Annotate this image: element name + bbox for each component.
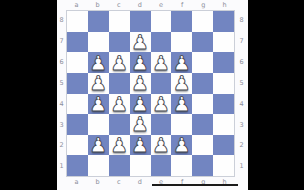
white-pawn[interactable]: ♟ — [89, 73, 107, 93]
file-label-c: c — [108, 177, 129, 187]
white-pawn[interactable]: ♟ — [131, 53, 149, 73]
square-h1[interactable] — [213, 155, 234, 176]
square-f8[interactable] — [171, 11, 192, 32]
white-pawn[interactable]: ♟ — [131, 114, 149, 134]
rank-label-8: 8 — [235, 10, 248, 31]
square-b7[interactable] — [88, 32, 109, 53]
video-progress-bar[interactable] — [152, 184, 238, 186]
rank-labels-left: 87654321 — [57, 10, 66, 177]
square-b1[interactable] — [88, 155, 109, 176]
file-label-b: b — [87, 0, 108, 10]
square-e1[interactable] — [151, 155, 172, 176]
file-label-d: d — [129, 177, 150, 187]
white-pawn[interactable]: ♟ — [131, 94, 149, 114]
square-f1[interactable] — [171, 155, 192, 176]
square-e3[interactable] — [151, 114, 172, 135]
rank-label-4: 4 — [235, 94, 248, 115]
file-label-e: e — [151, 0, 172, 10]
square-g5[interactable] — [192, 73, 213, 94]
square-d7[interactable]: ♟ — [130, 32, 151, 53]
rank-label-2: 2 — [235, 135, 248, 156]
square-c4[interactable]: ♟ — [109, 94, 130, 115]
chess-board[interactable]: ♟♟♟♟♟♟♟♟♟♟♟♟♟♟♟♟♟♟♟♟ — [66, 10, 235, 177]
rank-label-5: 5 — [235, 73, 248, 94]
white-pawn[interactable]: ♟ — [89, 53, 107, 73]
square-h6[interactable] — [213, 52, 234, 73]
white-pawn[interactable]: ♟ — [89, 135, 107, 155]
white-pawn[interactable]: ♟ — [131, 135, 149, 155]
white-pawn[interactable]: ♟ — [110, 53, 128, 73]
rank-label-6: 6 — [235, 52, 248, 73]
square-f3[interactable] — [171, 114, 192, 135]
square-g8[interactable] — [192, 11, 213, 32]
square-a8[interactable] — [67, 11, 88, 32]
square-g6[interactable] — [192, 52, 213, 73]
rank-label-8: 8 — [57, 10, 66, 31]
file-labels-top: abcdefgh — [66, 0, 235, 10]
square-e8[interactable] — [151, 11, 172, 32]
white-pawn[interactable]: ♟ — [152, 94, 170, 114]
square-d8[interactable] — [130, 11, 151, 32]
square-g7[interactable] — [192, 32, 213, 53]
square-f6[interactable]: ♟ — [171, 52, 192, 73]
square-e7[interactable] — [151, 32, 172, 53]
white-pawn[interactable]: ♟ — [173, 53, 191, 73]
square-h3[interactable] — [213, 114, 234, 135]
chess-diagram-panel: abcdefgh 87654321 ♟♟♟♟♟♟♟♟♟♟♟♟♟♟♟♟♟♟♟♟ 8… — [57, 0, 248, 190]
square-g2[interactable] — [192, 135, 213, 156]
square-b8[interactable] — [88, 11, 109, 32]
square-h2[interactable] — [213, 135, 234, 156]
square-h4[interactable] — [213, 94, 234, 115]
white-pawn[interactable]: ♟ — [131, 32, 149, 52]
square-b4[interactable]: ♟ — [88, 94, 109, 115]
square-f4[interactable]: ♟ — [171, 94, 192, 115]
square-a5[interactable] — [67, 73, 88, 94]
rank-label-1: 1 — [235, 156, 248, 177]
square-a1[interactable] — [67, 155, 88, 176]
white-pawn[interactable]: ♟ — [173, 73, 191, 93]
file-label-g: g — [193, 0, 214, 10]
square-f5[interactable]: ♟ — [171, 73, 192, 94]
rank-label-7: 7 — [57, 31, 66, 52]
square-a6[interactable] — [67, 52, 88, 73]
square-d5[interactable]: ♟ — [130, 73, 151, 94]
square-c1[interactable] — [109, 155, 130, 176]
rank-label-1: 1 — [57, 156, 66, 177]
file-label-c: c — [108, 0, 129, 10]
square-a4[interactable] — [67, 94, 88, 115]
square-a2[interactable] — [67, 135, 88, 156]
white-pawn[interactable]: ♟ — [131, 73, 149, 93]
square-c3[interactable] — [109, 114, 130, 135]
square-c8[interactable] — [109, 11, 130, 32]
square-d6[interactable]: ♟ — [130, 52, 151, 73]
square-b3[interactable] — [88, 114, 109, 135]
rank-label-3: 3 — [235, 114, 248, 135]
square-a7[interactable] — [67, 32, 88, 53]
square-c6[interactable]: ♟ — [109, 52, 130, 73]
file-label-a: a — [66, 177, 87, 187]
square-a3[interactable] — [67, 114, 88, 135]
square-e4[interactable]: ♟ — [151, 94, 172, 115]
square-e6[interactable]: ♟ — [151, 52, 172, 73]
square-e2[interactable]: ♟ — [151, 135, 172, 156]
white-pawn[interactable]: ♟ — [89, 94, 107, 114]
square-c7[interactable] — [109, 32, 130, 53]
square-h7[interactable] — [213, 32, 234, 53]
square-g4[interactable] — [192, 94, 213, 115]
square-d2[interactable]: ♟ — [130, 135, 151, 156]
square-d4[interactable]: ♟ — [130, 94, 151, 115]
square-h8[interactable] — [213, 11, 234, 32]
square-e5[interactable] — [151, 73, 172, 94]
file-label-h: h — [214, 0, 235, 10]
rank-label-7: 7 — [235, 31, 248, 52]
rank-label-5: 5 — [57, 73, 66, 94]
square-b6[interactable]: ♟ — [88, 52, 109, 73]
file-label-b: b — [87, 177, 108, 187]
white-pawn[interactable]: ♟ — [110, 135, 128, 155]
square-b2[interactable]: ♟ — [88, 135, 109, 156]
rank-label-3: 3 — [57, 114, 66, 135]
video-frame: abcdefgh 87654321 ♟♟♟♟♟♟♟♟♟♟♟♟♟♟♟♟♟♟♟♟ 8… — [0, 0, 304, 190]
white-pawn[interactable]: ♟ — [173, 135, 191, 155]
square-h5[interactable] — [213, 73, 234, 94]
square-c5[interactable] — [109, 73, 130, 94]
rank-label-4: 4 — [57, 94, 66, 115]
white-pawn[interactable]: ♟ — [152, 53, 170, 73]
square-f7[interactable] — [171, 32, 192, 53]
white-pawn[interactable]: ♟ — [173, 94, 191, 114]
square-g3[interactable] — [192, 114, 213, 135]
square-c2[interactable]: ♟ — [109, 135, 130, 156]
file-label-d: d — [129, 0, 150, 10]
white-pawn[interactable]: ♟ — [152, 135, 170, 155]
square-b5[interactable]: ♟ — [88, 73, 109, 94]
white-pawn[interactable]: ♟ — [110, 94, 128, 114]
square-d3[interactable]: ♟ — [130, 114, 151, 135]
rank-label-2: 2 — [57, 135, 66, 156]
square-f2[interactable]: ♟ — [171, 135, 192, 156]
rank-labels-right: 87654321 — [235, 10, 248, 177]
file-label-f: f — [172, 0, 193, 10]
square-d1[interactable] — [130, 155, 151, 176]
square-g1[interactable] — [192, 155, 213, 176]
file-label-a: a — [66, 0, 87, 10]
rank-label-6: 6 — [57, 52, 66, 73]
